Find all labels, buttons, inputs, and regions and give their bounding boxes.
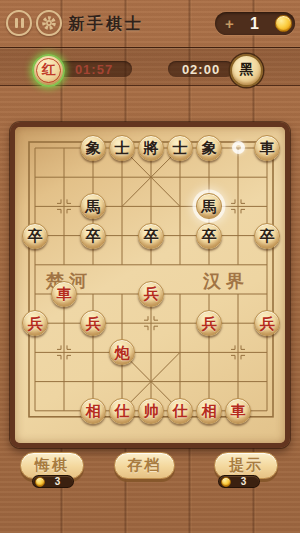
piece-glyph: 帅: [144, 403, 159, 418]
cell-r1c1[interactable]: [50, 163, 79, 192]
piece-glyph: 兵: [86, 316, 101, 331]
cell-r8c8[interactable]: [253, 367, 282, 396]
piece-glyph: 相: [86, 403, 101, 418]
piece-glyph: 兵: [28, 316, 43, 331]
black-side-indicator: 黑: [230, 54, 263, 87]
piece-red-soldier[interactable]: 兵: [80, 310, 106, 336]
cell-r5c6[interactable]: [195, 279, 224, 308]
turn-bar: 01:57 红 02:00 黑: [0, 47, 300, 86]
cell-r8c1[interactable]: [50, 367, 79, 396]
piece-glyph: 士: [173, 140, 188, 155]
cell-r6c7[interactable]: [224, 309, 253, 338]
piece-red-cannon[interactable]: 炮: [109, 339, 135, 365]
piece-glyph: 仕: [173, 403, 188, 418]
board-frame: 楚河 汉界 象士將士象車馬馬卒卒卒卒卒車兵兵兵兵兵炮相仕帅仕相車: [10, 122, 290, 448]
piece-black-general[interactable]: 將: [138, 135, 164, 161]
piece-black-advisor[interactable]: 士: [109, 135, 135, 161]
piece-glyph: 象: [86, 140, 101, 155]
piece-red-soldier[interactable]: 兵: [138, 281, 164, 307]
page-title: 新手棋士: [68, 14, 144, 35]
cell-r1c3[interactable]: [108, 163, 137, 192]
piece-glyph: 卒: [202, 228, 217, 243]
cell-r4c4[interactable]: [137, 250, 166, 279]
hint-cost: 3: [231, 476, 256, 487]
cell-r5c3[interactable]: [108, 279, 137, 308]
piece-glyph: 卒: [86, 228, 101, 243]
cell-r9c7[interactable]: 車: [224, 396, 253, 425]
cell-r7c0[interactable]: [21, 338, 50, 367]
gear-icon: [41, 15, 57, 31]
red-time-text: 01:57: [75, 62, 113, 77]
piece-red-chariot[interactable]: 車: [225, 398, 251, 424]
piece-glyph: 相: [202, 403, 217, 418]
hint-cost-badge: 3: [218, 475, 260, 488]
piece-black-soldier[interactable]: 卒: [254, 223, 280, 249]
red-side-label: 红: [42, 61, 56, 79]
cell-r0c8[interactable]: 車: [253, 133, 282, 162]
cell-r7c1[interactable]: [50, 338, 79, 367]
cell-r3c3[interactable]: [108, 221, 137, 250]
add-coins-button[interactable]: +: [225, 15, 234, 32]
cell-r6c0[interactable]: 兵: [21, 309, 50, 338]
cell-r6c1[interactable]: [50, 309, 79, 338]
cell-r6c2[interactable]: 兵: [79, 309, 108, 338]
cell-r0c6[interactable]: 象: [195, 133, 224, 162]
cell-r3c0[interactable]: 卒: [21, 221, 50, 250]
piece-red-elephant[interactable]: 相: [196, 398, 222, 424]
piece-black-chariot[interactable]: 車: [254, 135, 280, 161]
piece-glyph: 兵: [260, 316, 275, 331]
cell-r8c3[interactable]: [108, 367, 137, 396]
cell-r7c5[interactable]: [166, 338, 195, 367]
undo-cost: 3: [45, 476, 70, 487]
cell-r7c4[interactable]: [137, 338, 166, 367]
piece-red-advisor[interactable]: 仕: [167, 398, 193, 424]
piece-glyph: 車: [260, 140, 275, 155]
cell-r9c2[interactable]: 相: [79, 396, 108, 425]
piece-glyph: 將: [144, 140, 159, 155]
cell-r1c7[interactable]: [224, 163, 253, 192]
cell-r9c0[interactable]: [21, 396, 50, 425]
piece-glyph: 卒: [260, 228, 275, 243]
piece-glyph: 兵: [202, 316, 217, 331]
cell-r0c0[interactable]: [21, 133, 50, 162]
xiangqi-app-screen: 新手棋士 + 1 01:57 红 02:00 黑 楚河 汉界 象士將士象車馬馬卒…: [0, 0, 300, 533]
piece-black-soldier[interactable]: 卒: [22, 223, 48, 249]
piece-black-elephant[interactable]: 象: [196, 135, 222, 161]
cell-r2c2[interactable]: 馬: [79, 192, 108, 221]
cell-r7c2[interactable]: [79, 338, 108, 367]
cell-r2c3[interactable]: [108, 192, 137, 221]
cell-r2c5[interactable]: [166, 192, 195, 221]
cell-r4c7[interactable]: [224, 250, 253, 279]
cell-r3c2[interactable]: 卒: [79, 221, 108, 250]
black-timer: 02:00: [168, 61, 234, 77]
piece-glyph: 士: [115, 140, 130, 155]
red-timer: 01:57: [56, 61, 132, 77]
cell-r4c1[interactable]: [50, 250, 79, 279]
cell-r4c5[interactable]: [166, 250, 195, 279]
cell-r0c1[interactable]: [50, 133, 79, 162]
piece-glyph: 馬: [86, 199, 101, 214]
piece-glyph: 馬: [202, 199, 217, 214]
coin-counter[interactable]: + 1: [215, 12, 295, 35]
cell-r7c6[interactable]: [195, 338, 224, 367]
cell-r1c5[interactable]: [166, 163, 195, 192]
cell-r9c6[interactable]: 相: [195, 396, 224, 425]
piece-red-advisor[interactable]: 仕: [109, 398, 135, 424]
undo-label: 悔棋: [35, 456, 69, 475]
piece-glyph: 車: [57, 286, 72, 301]
cell-r0c2[interactable]: 象: [79, 133, 108, 162]
cell-r3c4[interactable]: 卒: [137, 221, 166, 250]
cell-r6c5[interactable]: [166, 309, 195, 338]
piece-glyph: 車: [231, 403, 246, 418]
cell-r3c5[interactable]: [166, 221, 195, 250]
cell-r2c0[interactable]: [21, 192, 50, 221]
cell-r5c1[interactable]: 車: [50, 279, 79, 308]
cell-r2c6[interactable]: 馬: [195, 192, 224, 221]
cell-r5c2[interactable]: [79, 279, 108, 308]
piece-glyph: 卒: [144, 228, 159, 243]
cell-r7c7[interactable]: [224, 338, 253, 367]
black-time-text: 02:00: [182, 62, 220, 77]
cell-r5c7[interactable]: [224, 279, 253, 308]
cell-r5c8[interactable]: [253, 279, 282, 308]
pause-button[interactable]: [6, 10, 32, 36]
cell-r1c8[interactable]: [253, 163, 282, 192]
cell-r0c5[interactable]: 士: [166, 133, 195, 162]
cell-r2c7[interactable]: [224, 192, 253, 221]
cell-r2c8[interactable]: [253, 192, 282, 221]
settings-button[interactable]: [36, 10, 62, 36]
cell-r8c5[interactable]: [166, 367, 195, 396]
piece-black-soldier[interactable]: 卒: [196, 223, 222, 249]
xiangqi-board[interactable]: 象士將士象車馬馬卒卒卒卒卒車兵兵兵兵兵炮相仕帅仕相車: [21, 133, 282, 425]
cell-r9c1[interactable]: [50, 396, 79, 425]
board-panel: 楚河 汉界 象士將士象車馬馬卒卒卒卒卒車兵兵兵兵兵炮相仕帅仕相車: [15, 127, 285, 443]
piece-red-elephant[interactable]: 相: [80, 398, 106, 424]
cell-r1c6[interactable]: [195, 163, 224, 192]
piece-glyph: 炮: [115, 345, 130, 360]
cell-r4c8[interactable]: [253, 250, 282, 279]
cell-r4c2[interactable]: [79, 250, 108, 279]
cell-r3c1[interactable]: [50, 221, 79, 250]
cell-r6c8[interactable]: 兵: [253, 309, 282, 338]
cell-r8c6[interactable]: [195, 367, 224, 396]
coin-icon: [35, 477, 45, 487]
cell-r3c8[interactable]: 卒: [253, 221, 282, 250]
cell-r2c1[interactable]: [50, 192, 79, 221]
piece-black-advisor[interactable]: 士: [167, 135, 193, 161]
piece-black-horse[interactable]: 馬: [196, 193, 222, 219]
cell-r7c8[interactable]: [253, 338, 282, 367]
coin-icon: [275, 15, 292, 32]
cell-r0c7[interactable]: [224, 133, 253, 162]
cell-r0c4[interactable]: 將: [137, 133, 166, 162]
piece-red-general[interactable]: 帅: [138, 398, 164, 424]
piece-glyph: 仕: [115, 403, 130, 418]
cell-r6c6[interactable]: 兵: [195, 309, 224, 338]
cell-r9c4[interactable]: 帅: [137, 396, 166, 425]
piece-black-horse[interactable]: 馬: [80, 193, 106, 219]
undo-cost-badge: 3: [32, 475, 74, 488]
last-move-origin-ring: [232, 141, 245, 154]
cell-r1c4[interactable]: [137, 163, 166, 192]
piece-red-soldier[interactable]: 兵: [254, 310, 280, 336]
cell-r5c4[interactable]: 兵: [137, 279, 166, 308]
cell-r8c2[interactable]: [79, 367, 108, 396]
piece-red-soldier[interactable]: 兵: [196, 310, 222, 336]
cell-r9c8[interactable]: [253, 396, 282, 425]
cell-r8c4[interactable]: [137, 367, 166, 396]
cell-r9c5[interactable]: 仕: [166, 396, 195, 425]
piece-black-soldier[interactable]: 卒: [80, 223, 106, 249]
cell-r3c7[interactable]: [224, 221, 253, 250]
cell-r5c5[interactable]: [166, 279, 195, 308]
hint-label: 提示: [229, 456, 263, 475]
piece-glyph: 象: [202, 140, 217, 155]
piece-red-chariot[interactable]: 車: [51, 281, 77, 307]
cell-r0c3[interactable]: 士: [108, 133, 137, 162]
cell-r1c0[interactable]: [21, 163, 50, 192]
piece-black-elephant[interactable]: 象: [80, 135, 106, 161]
cell-r3c6[interactable]: 卒: [195, 221, 224, 250]
cell-r6c3[interactable]: [108, 309, 137, 338]
cell-r4c6[interactable]: [195, 250, 224, 279]
cell-r8c7[interactable]: [224, 367, 253, 396]
save-label: 存档: [128, 456, 162, 475]
pause-icon: [15, 18, 18, 28]
red-side-indicator: 红: [32, 54, 65, 87]
cell-r5c0[interactable]: [21, 279, 50, 308]
coin-icon: [221, 477, 231, 487]
piece-black-soldier[interactable]: 卒: [138, 223, 164, 249]
piece-glyph: 卒: [28, 228, 43, 243]
cell-r7c3[interactable]: 炮: [108, 338, 137, 367]
cell-r8c0[interactable]: [21, 367, 50, 396]
cell-r4c0[interactable]: [21, 250, 50, 279]
save-button[interactable]: 存档: [114, 452, 175, 479]
cell-r9c3[interactable]: 仕: [108, 396, 137, 425]
cell-r6c4[interactable]: [137, 309, 166, 338]
cell-r1c2[interactable]: [79, 163, 108, 192]
coin-count: 1: [234, 15, 275, 33]
cell-r2c4[interactable]: [137, 192, 166, 221]
piece-red-soldier[interactable]: 兵: [22, 310, 48, 336]
piece-glyph: 兵: [144, 286, 159, 301]
cell-r4c3[interactable]: [108, 250, 137, 279]
black-side-label: 黑: [240, 61, 254, 79]
